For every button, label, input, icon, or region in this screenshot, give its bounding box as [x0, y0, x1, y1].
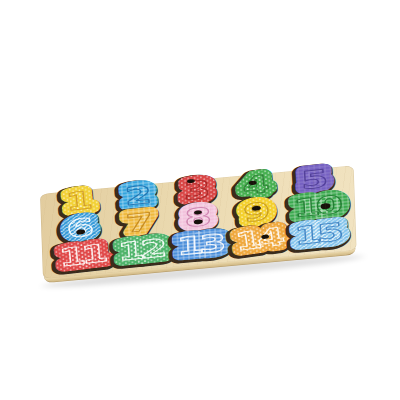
svg-text:5: 5: [300, 164, 329, 195]
svg-text:2: 2: [124, 180, 153, 211]
piece-recess: 11111111: [52, 244, 112, 277]
product-photo-scene: 1111222233334444555566667777888899991010…: [0, 0, 400, 400]
svg-text:1: 1: [64, 186, 94, 217]
puzzle-board: 1111222233334444555566667777888899991010…: [40, 165, 357, 279]
svg-text:15: 15: [293, 218, 342, 251]
svg-text:4: 4: [241, 169, 271, 200]
piece-recess: 12121212: [111, 238, 171, 271]
svg-text:11: 11: [58, 239, 108, 272]
piece-recess: 14141414: [228, 227, 288, 260]
piece-recess: 15151515: [287, 222, 347, 255]
number-piece-14[interactable]: 14141414: [226, 222, 290, 263]
svg-text:3: 3: [183, 175, 211, 206]
number-piece-11[interactable]: 11111111: [51, 239, 113, 279]
svg-text:12: 12: [117, 234, 165, 267]
svg-text:7: 7: [125, 208, 154, 239]
svg-text:6: 6: [65, 213, 95, 244]
number-piece-12[interactable]: 12121212: [110, 234, 171, 273]
svg-text:13: 13: [176, 229, 225, 262]
number-piece-15[interactable]: 15151515: [286, 218, 347, 257]
piece-recess: 13131313: [169, 233, 229, 266]
svg-text:8: 8: [184, 202, 212, 233]
number-piece-13[interactable]: 13131313: [169, 229, 229, 268]
